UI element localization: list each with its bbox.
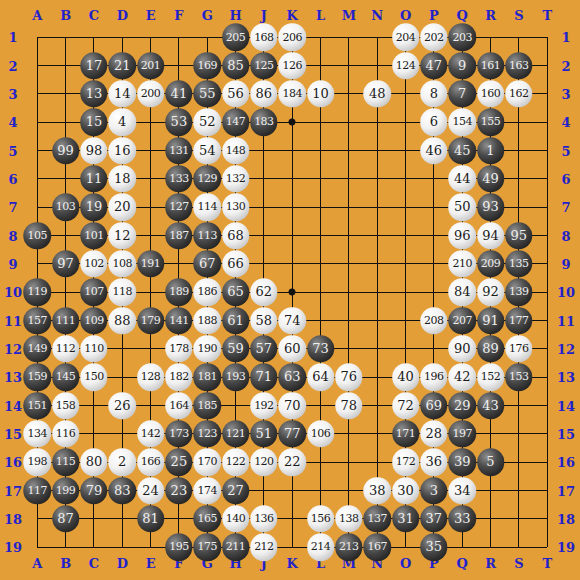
- point-N3[interactable]: 48: [363, 80, 391, 108]
- point-Q12[interactable]: 90: [448, 335, 476, 363]
- point-Q17[interactable]: 34: [448, 476, 476, 504]
- point-B18[interactable]: 87: [51, 505, 79, 533]
- point-O18[interactable]: 31: [391, 505, 419, 533]
- point-N10[interactable]: [363, 278, 391, 306]
- point-K18[interactable]: [278, 505, 306, 533]
- point-P16[interactable]: 36: [420, 448, 448, 476]
- point-F19[interactable]: 195: [165, 533, 193, 561]
- point-O2[interactable]: 124: [391, 51, 419, 79]
- point-D2[interactable]: 21: [108, 51, 136, 79]
- point-A13[interactable]: 159: [23, 363, 51, 391]
- point-N2[interactable]: [363, 51, 391, 79]
- point-C4[interactable]: 15: [80, 108, 108, 136]
- point-R9[interactable]: 209: [476, 250, 504, 278]
- point-F9[interactable]: [165, 250, 193, 278]
- point-Q18[interactable]: 33: [448, 505, 476, 533]
- point-L2[interactable]: [306, 51, 334, 79]
- point-H12[interactable]: 59: [221, 335, 249, 363]
- point-G1[interactable]: [193, 23, 221, 51]
- point-T3[interactable]: [533, 80, 561, 108]
- point-F16[interactable]: 25: [165, 448, 193, 476]
- point-N6[interactable]: [363, 165, 391, 193]
- point-H16[interactable]: 122: [221, 448, 249, 476]
- point-S8[interactable]: 95: [505, 221, 533, 249]
- point-D11[interactable]: 88: [108, 306, 136, 334]
- point-N19[interactable]: 167: [363, 533, 391, 561]
- point-C3[interactable]: 13: [80, 80, 108, 108]
- point-S4[interactable]: [505, 108, 533, 136]
- point-E14[interactable]: [136, 391, 164, 419]
- point-L7[interactable]: [306, 193, 334, 221]
- point-H15[interactable]: 121: [221, 420, 249, 448]
- point-N14[interactable]: [363, 391, 391, 419]
- point-Q11[interactable]: 207: [448, 306, 476, 334]
- point-G3[interactable]: 55: [193, 80, 221, 108]
- point-N11[interactable]: [363, 306, 391, 334]
- point-J12[interactable]: 57: [250, 335, 278, 363]
- point-M5[interactable]: [335, 136, 363, 164]
- point-R14[interactable]: 43: [476, 391, 504, 419]
- point-G6[interactable]: 129: [193, 165, 221, 193]
- point-C1[interactable]: [80, 23, 108, 51]
- point-R10[interactable]: 92: [476, 278, 504, 306]
- point-L6[interactable]: [306, 165, 334, 193]
- point-D6[interactable]: 18: [108, 165, 136, 193]
- point-F15[interactable]: 173: [165, 420, 193, 448]
- point-K5[interactable]: [278, 136, 306, 164]
- point-P9[interactable]: [420, 250, 448, 278]
- point-A14[interactable]: 151: [23, 391, 51, 419]
- point-L5[interactable]: [306, 136, 334, 164]
- point-E12[interactable]: [136, 335, 164, 363]
- point-H3[interactable]: 56: [221, 80, 249, 108]
- point-H5[interactable]: 148: [221, 136, 249, 164]
- point-Q5[interactable]: 45: [448, 136, 476, 164]
- point-O1[interactable]: 204: [391, 23, 419, 51]
- point-L3[interactable]: 10: [306, 80, 334, 108]
- point-T1[interactable]: [533, 23, 561, 51]
- point-H7[interactable]: 130: [221, 193, 249, 221]
- point-H14[interactable]: [221, 391, 249, 419]
- point-B17[interactable]: 199: [51, 476, 79, 504]
- point-J15[interactable]: 51: [250, 420, 278, 448]
- point-D3[interactable]: 14: [108, 80, 136, 108]
- point-O6[interactable]: [391, 165, 419, 193]
- point-D7[interactable]: 20: [108, 193, 136, 221]
- point-E4[interactable]: [136, 108, 164, 136]
- point-Q2[interactable]: 9: [448, 51, 476, 79]
- point-E5[interactable]: [136, 136, 164, 164]
- point-A12[interactable]: 149: [23, 335, 51, 363]
- point-J17[interactable]: [250, 476, 278, 504]
- point-S5[interactable]: [505, 136, 533, 164]
- point-M19[interactable]: 213: [335, 533, 363, 561]
- point-D17[interactable]: 83: [108, 476, 136, 504]
- point-L4[interactable]: [306, 108, 334, 136]
- point-G19[interactable]: 175: [193, 533, 221, 561]
- point-A8[interactable]: 105: [23, 221, 51, 249]
- point-F8[interactable]: 187: [165, 221, 193, 249]
- point-J1[interactable]: 168: [250, 23, 278, 51]
- point-L10[interactable]: [306, 278, 334, 306]
- point-N9[interactable]: [363, 250, 391, 278]
- point-N1[interactable]: [363, 23, 391, 51]
- point-K13[interactable]: 63: [278, 363, 306, 391]
- point-B6[interactable]: [51, 165, 79, 193]
- point-K12[interactable]: 60: [278, 335, 306, 363]
- point-L13[interactable]: 64: [306, 363, 334, 391]
- point-T2[interactable]: [533, 51, 561, 79]
- point-F12[interactable]: 178: [165, 335, 193, 363]
- point-M11[interactable]: [335, 306, 363, 334]
- point-J4[interactable]: 183: [250, 108, 278, 136]
- point-O15[interactable]: 171: [391, 420, 419, 448]
- point-E3[interactable]: 200: [136, 80, 164, 108]
- point-O13[interactable]: 40: [391, 363, 419, 391]
- point-E17[interactable]: 24: [136, 476, 164, 504]
- point-J16[interactable]: 120: [250, 448, 278, 476]
- point-C7[interactable]: 19: [80, 193, 108, 221]
- point-L12[interactable]: 73: [306, 335, 334, 363]
- point-K6[interactable]: [278, 165, 306, 193]
- point-Q10[interactable]: 84: [448, 278, 476, 306]
- point-O11[interactable]: [391, 306, 419, 334]
- point-N17[interactable]: 38: [363, 476, 391, 504]
- point-G7[interactable]: 114: [193, 193, 221, 221]
- point-R16[interactable]: 5: [476, 448, 504, 476]
- point-S1[interactable]: [505, 23, 533, 51]
- point-R12[interactable]: 89: [476, 335, 504, 363]
- point-R11[interactable]: 91: [476, 306, 504, 334]
- point-K11[interactable]: 74: [278, 306, 306, 334]
- point-O9[interactable]: [391, 250, 419, 278]
- point-H2[interactable]: 85: [221, 51, 249, 79]
- point-D1[interactable]: [108, 23, 136, 51]
- point-O12[interactable]: [391, 335, 419, 363]
- point-M7[interactable]: [335, 193, 363, 221]
- point-J13[interactable]: 71: [250, 363, 278, 391]
- point-F14[interactable]: 164: [165, 391, 193, 419]
- point-K15[interactable]: 77: [278, 420, 306, 448]
- point-E11[interactable]: 179: [136, 306, 164, 334]
- point-Q3[interactable]: 7: [448, 80, 476, 108]
- point-J10[interactable]: 62: [250, 278, 278, 306]
- point-M8[interactable]: [335, 221, 363, 249]
- point-L16[interactable]: [306, 448, 334, 476]
- point-N13[interactable]: [363, 363, 391, 391]
- point-E16[interactable]: 166: [136, 448, 164, 476]
- point-C9[interactable]: 102: [80, 250, 108, 278]
- point-S9[interactable]: 135: [505, 250, 533, 278]
- point-T4[interactable]: [533, 108, 561, 136]
- point-Q15[interactable]: 197: [448, 420, 476, 448]
- point-L15[interactable]: 106: [306, 420, 334, 448]
- point-S16[interactable]: [505, 448, 533, 476]
- point-F4[interactable]: 53: [165, 108, 193, 136]
- point-F5[interactable]: 131: [165, 136, 193, 164]
- point-Q7[interactable]: 50: [448, 193, 476, 221]
- point-F17[interactable]: 23: [165, 476, 193, 504]
- point-R17[interactable]: [476, 476, 504, 504]
- point-S15[interactable]: [505, 420, 533, 448]
- point-A7[interactable]: [23, 193, 51, 221]
- point-P5[interactable]: 46: [420, 136, 448, 164]
- point-R1[interactable]: [476, 23, 504, 51]
- point-R15[interactable]: [476, 420, 504, 448]
- point-G5[interactable]: 54: [193, 136, 221, 164]
- point-J11[interactable]: 58: [250, 306, 278, 334]
- point-B16[interactable]: 115: [51, 448, 79, 476]
- point-K2[interactable]: 126: [278, 51, 306, 79]
- point-R7[interactable]: 93: [476, 193, 504, 221]
- point-E6[interactable]: [136, 165, 164, 193]
- point-P2[interactable]: 47: [420, 51, 448, 79]
- point-L19[interactable]: 214: [306, 533, 334, 561]
- point-B8[interactable]: [51, 221, 79, 249]
- point-J7[interactable]: [250, 193, 278, 221]
- point-N18[interactable]: 137: [363, 505, 391, 533]
- point-Q1[interactable]: 203: [448, 23, 476, 51]
- point-P13[interactable]: 196: [420, 363, 448, 391]
- point-S6[interactable]: [505, 165, 533, 193]
- point-M14[interactable]: 78: [335, 391, 363, 419]
- point-E15[interactable]: 142: [136, 420, 164, 448]
- point-P8[interactable]: [420, 221, 448, 249]
- point-O17[interactable]: 30: [391, 476, 419, 504]
- point-Q14[interactable]: 29: [448, 391, 476, 419]
- point-R18[interactable]: [476, 505, 504, 533]
- point-P19[interactable]: 35: [420, 533, 448, 561]
- point-L1[interactable]: [306, 23, 334, 51]
- point-A6[interactable]: [23, 165, 51, 193]
- point-Q8[interactable]: 96: [448, 221, 476, 249]
- point-B2[interactable]: [51, 51, 79, 79]
- point-P7[interactable]: [420, 193, 448, 221]
- point-N15[interactable]: [363, 420, 391, 448]
- point-R4[interactable]: 155: [476, 108, 504, 136]
- point-L14[interactable]: [306, 391, 334, 419]
- point-B14[interactable]: 158: [51, 391, 79, 419]
- point-R13[interactable]: 152: [476, 363, 504, 391]
- point-M6[interactable]: [335, 165, 363, 193]
- point-M18[interactable]: 138: [335, 505, 363, 533]
- point-O3[interactable]: [391, 80, 419, 108]
- point-H13[interactable]: 193: [221, 363, 249, 391]
- point-H4[interactable]: 147: [221, 108, 249, 136]
- point-S11[interactable]: 177: [505, 306, 533, 334]
- point-B11[interactable]: 111: [51, 306, 79, 334]
- point-G4[interactable]: 52: [193, 108, 221, 136]
- point-A3[interactable]: [23, 80, 51, 108]
- point-G10[interactable]: 186: [193, 278, 221, 306]
- point-T9[interactable]: [533, 250, 561, 278]
- point-F1[interactable]: [165, 23, 193, 51]
- point-F13[interactable]: 182: [165, 363, 193, 391]
- point-J19[interactable]: 212: [250, 533, 278, 561]
- point-R2[interactable]: 161: [476, 51, 504, 79]
- point-P12[interactable]: [420, 335, 448, 363]
- point-G9[interactable]: 67: [193, 250, 221, 278]
- point-B9[interactable]: 97: [51, 250, 79, 278]
- point-M13[interactable]: 76: [335, 363, 363, 391]
- point-C2[interactable]: 17: [80, 51, 108, 79]
- point-J6[interactable]: [250, 165, 278, 193]
- point-E8[interactable]: [136, 221, 164, 249]
- point-B10[interactable]: [51, 278, 79, 306]
- point-P10[interactable]: [420, 278, 448, 306]
- point-S14[interactable]: [505, 391, 533, 419]
- point-K4[interactable]: [278, 108, 306, 136]
- point-T7[interactable]: [533, 193, 561, 221]
- point-A5[interactable]: [23, 136, 51, 164]
- point-S3[interactable]: 162: [505, 80, 533, 108]
- point-N8[interactable]: [363, 221, 391, 249]
- point-G14[interactable]: 185: [193, 391, 221, 419]
- point-N4[interactable]: [363, 108, 391, 136]
- point-L18[interactable]: 156: [306, 505, 334, 533]
- point-H8[interactable]: 68: [221, 221, 249, 249]
- point-P11[interactable]: 208: [420, 306, 448, 334]
- point-B1[interactable]: [51, 23, 79, 51]
- point-L8[interactable]: [306, 221, 334, 249]
- point-Q4[interactable]: 154: [448, 108, 476, 136]
- point-D13[interactable]: [108, 363, 136, 391]
- point-O5[interactable]: [391, 136, 419, 164]
- point-D5[interactable]: 16: [108, 136, 136, 164]
- point-A9[interactable]: [23, 250, 51, 278]
- point-K9[interactable]: [278, 250, 306, 278]
- point-O14[interactable]: 72: [391, 391, 419, 419]
- point-O16[interactable]: 172: [391, 448, 419, 476]
- point-D8[interactable]: 12: [108, 221, 136, 249]
- point-E7[interactable]: [136, 193, 164, 221]
- point-M15[interactable]: [335, 420, 363, 448]
- point-D4[interactable]: 4: [108, 108, 136, 136]
- point-F2[interactable]: [165, 51, 193, 79]
- point-C11[interactable]: 109: [80, 306, 108, 334]
- point-H17[interactable]: 27: [221, 476, 249, 504]
- point-L9[interactable]: [306, 250, 334, 278]
- point-S13[interactable]: 153: [505, 363, 533, 391]
- point-K14[interactable]: 70: [278, 391, 306, 419]
- point-S10[interactable]: 139: [505, 278, 533, 306]
- point-B5[interactable]: 99: [51, 136, 79, 164]
- point-H18[interactable]: 140: [221, 505, 249, 533]
- point-D12[interactable]: [108, 335, 136, 363]
- point-G18[interactable]: 165: [193, 505, 221, 533]
- point-B13[interactable]: 145: [51, 363, 79, 391]
- point-G8[interactable]: 113: [193, 221, 221, 249]
- point-M1[interactable]: [335, 23, 363, 51]
- point-A15[interactable]: 134: [23, 420, 51, 448]
- point-R6[interactable]: 49: [476, 165, 504, 193]
- point-N5[interactable]: [363, 136, 391, 164]
- point-T6[interactable]: [533, 165, 561, 193]
- point-C10[interactable]: 107: [80, 278, 108, 306]
- point-M4[interactable]: [335, 108, 363, 136]
- point-P3[interactable]: 8: [420, 80, 448, 108]
- point-S2[interactable]: 163: [505, 51, 533, 79]
- point-G11[interactable]: 188: [193, 306, 221, 334]
- point-H10[interactable]: 65: [221, 278, 249, 306]
- point-Q16[interactable]: 39: [448, 448, 476, 476]
- point-J3[interactable]: 86: [250, 80, 278, 108]
- point-A17[interactable]: 117: [23, 476, 51, 504]
- point-K7[interactable]: [278, 193, 306, 221]
- point-B3[interactable]: [51, 80, 79, 108]
- point-M10[interactable]: [335, 278, 363, 306]
- point-C18[interactable]: [80, 505, 108, 533]
- point-T5[interactable]: [533, 136, 561, 164]
- point-H1[interactable]: 205: [221, 23, 249, 51]
- point-K16[interactable]: 22: [278, 448, 306, 476]
- point-F10[interactable]: 189: [165, 278, 193, 306]
- point-K10[interactable]: [278, 278, 306, 306]
- point-B15[interactable]: 116: [51, 420, 79, 448]
- point-B7[interactable]: 103: [51, 193, 79, 221]
- point-J5[interactable]: [250, 136, 278, 164]
- point-G17[interactable]: 174: [193, 476, 221, 504]
- point-C12[interactable]: 110: [80, 335, 108, 363]
- point-C15[interactable]: [80, 420, 108, 448]
- point-C17[interactable]: 79: [80, 476, 108, 504]
- point-S18[interactable]: [505, 505, 533, 533]
- point-O4[interactable]: [391, 108, 419, 136]
- point-J2[interactable]: 125: [250, 51, 278, 79]
- point-C8[interactable]: 101: [80, 221, 108, 249]
- point-Q13[interactable]: 42: [448, 363, 476, 391]
- point-G12[interactable]: 190: [193, 335, 221, 363]
- point-P15[interactable]: 28: [420, 420, 448, 448]
- point-D16[interactable]: 2: [108, 448, 136, 476]
- point-Q9[interactable]: 210: [448, 250, 476, 278]
- point-M17[interactable]: [335, 476, 363, 504]
- point-P17[interactable]: 3: [420, 476, 448, 504]
- point-N16[interactable]: [363, 448, 391, 476]
- point-P4[interactable]: 6: [420, 108, 448, 136]
- point-C5[interactable]: 98: [80, 136, 108, 164]
- point-F11[interactable]: 141: [165, 306, 193, 334]
- point-G15[interactable]: 123: [193, 420, 221, 448]
- point-N12[interactable]: [363, 335, 391, 363]
- point-C14[interactable]: [80, 391, 108, 419]
- point-A1[interactable]: [23, 23, 51, 51]
- point-A16[interactable]: 198: [23, 448, 51, 476]
- point-E13[interactable]: 128: [136, 363, 164, 391]
- point-Q6[interactable]: 44: [448, 165, 476, 193]
- point-F7[interactable]: 127: [165, 193, 193, 221]
- point-L17[interactable]: [306, 476, 334, 504]
- point-A2[interactable]: [23, 51, 51, 79]
- point-D9[interactable]: 108: [108, 250, 136, 278]
- point-A10[interactable]: 119: [23, 278, 51, 306]
- point-M3[interactable]: [335, 80, 363, 108]
- point-E9[interactable]: 191: [136, 250, 164, 278]
- point-R8[interactable]: 94: [476, 221, 504, 249]
- point-A18[interactable]: [23, 505, 51, 533]
- point-K17[interactable]: [278, 476, 306, 504]
- point-H6[interactable]: 132: [221, 165, 249, 193]
- point-O8[interactable]: [391, 221, 419, 249]
- point-C6[interactable]: 11: [80, 165, 108, 193]
- point-R5[interactable]: 1: [476, 136, 504, 164]
- point-F6[interactable]: 133: [165, 165, 193, 193]
- point-M12[interactable]: [335, 335, 363, 363]
- point-A11[interactable]: 157: [23, 306, 51, 334]
- point-C13[interactable]: 150: [80, 363, 108, 391]
- point-E18[interactable]: 81: [136, 505, 164, 533]
- point-K8[interactable]: [278, 221, 306, 249]
